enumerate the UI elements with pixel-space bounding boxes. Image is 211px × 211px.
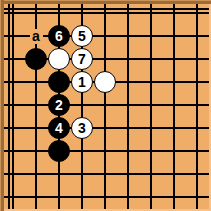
go-board: 6571243a [0,0,211,211]
go-stone-white [48,48,70,70]
go-stone-black [48,71,70,93]
go-stone-black-move-4: 4 [48,117,70,139]
go-stone-white-move-1: 1 [71,71,93,93]
point-label-a: a [30,29,43,44]
board-frame-top [0,0,211,4]
go-stone-white-move-5: 5 [71,25,93,47]
go-stone-black-move-6: 6 [48,25,70,47]
go-stone-white [94,71,116,93]
board-cut-edge-right [209,0,211,211]
board-cut-edge-bottom [0,209,211,211]
go-stone-black [25,48,47,70]
go-stone-black-move-2: 2 [48,94,70,116]
board-frame-left [0,0,4,211]
go-stone-white-move-7: 7 [71,48,93,70]
go-stone-black [48,140,70,162]
go-stone-white-move-3: 3 [71,117,93,139]
